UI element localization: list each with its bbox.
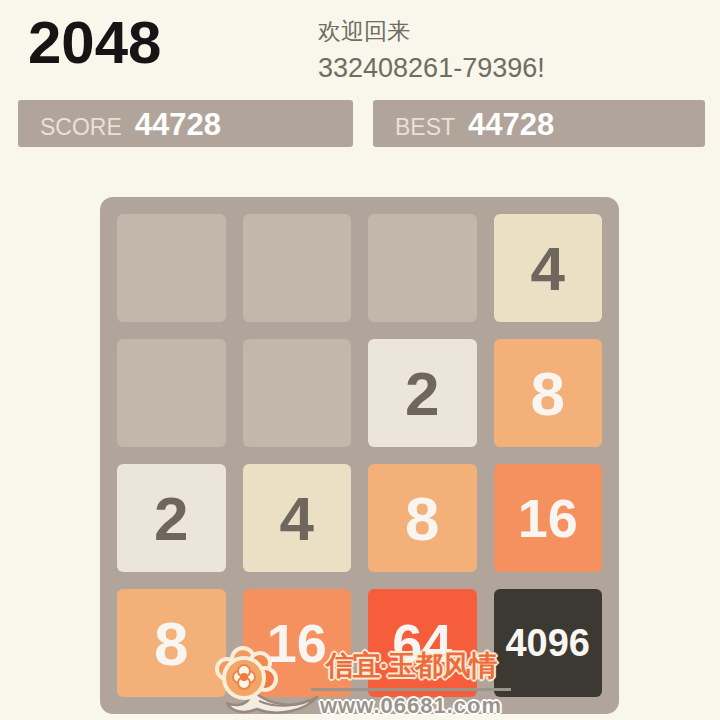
empty-cell xyxy=(243,339,352,447)
tile-4: 4 xyxy=(243,464,352,572)
welcome-text: 欢迎回来 xyxy=(318,16,545,47)
empty-cell xyxy=(117,214,226,322)
empty-cell xyxy=(243,214,352,322)
tile-8: 8 xyxy=(494,339,603,447)
empty-cell xyxy=(368,214,477,322)
watermark-site-url: www.06681.com xyxy=(311,693,511,719)
welcome-message: 欢迎回来 332408261-79396! xyxy=(318,16,545,84)
tile-2: 2 xyxy=(117,464,226,572)
tile-8: 8 xyxy=(368,464,477,572)
empty-cell xyxy=(117,339,226,447)
game-title: 2048 xyxy=(28,8,161,77)
mascot-logo-icon xyxy=(213,645,321,715)
score-label: SCORE xyxy=(40,114,122,141)
user-id-text: 332408261-79396! xyxy=(318,53,545,84)
best-value: 44728 xyxy=(468,107,554,143)
score-value: 44728 xyxy=(135,107,221,143)
tile-8: 8 xyxy=(117,589,226,697)
watermark-site-name: 信宜·玉都风情 xyxy=(311,647,511,691)
tile-4: 4 xyxy=(494,214,603,322)
best-label: BEST xyxy=(395,114,455,141)
tile-16: 16 xyxy=(494,464,603,572)
best-box: BEST 44728 xyxy=(373,100,705,147)
tile-2: 2 xyxy=(368,339,477,447)
site-watermark: 信宜·玉都风情 www.06681.com xyxy=(213,633,513,717)
score-box: SCORE 44728 xyxy=(18,100,353,147)
